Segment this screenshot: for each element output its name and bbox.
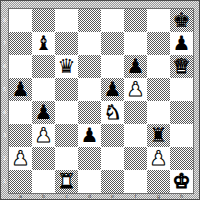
- square-e4[interactable]: ♞: [101, 101, 124, 124]
- square-c4[interactable]: [55, 101, 78, 124]
- square-g1[interactable]: [147, 170, 170, 193]
- square-g8[interactable]: [147, 9, 170, 32]
- square-g3[interactable]: ♜: [147, 124, 170, 147]
- square-c5[interactable]: [55, 78, 78, 101]
- rank-label-3: 3: [1, 124, 8, 147]
- square-h4[interactable]: [170, 101, 193, 124]
- square-a7[interactable]: [9, 32, 32, 55]
- file-label-h: h: [170, 193, 193, 200]
- square-e1[interactable]: [101, 170, 124, 193]
- white-queen-h6[interactable]: ♛: [173, 55, 191, 78]
- square-a4[interactable]: [9, 101, 32, 124]
- square-g6[interactable]: [147, 55, 170, 78]
- square-a8[interactable]: [9, 9, 32, 32]
- square-b3[interactable]: ♟: [32, 124, 55, 147]
- file-label-g: g: [147, 193, 170, 200]
- file-label-f: f: [124, 193, 147, 200]
- white-knight-e4[interactable]: ♞: [104, 101, 122, 124]
- square-c3[interactable]: [55, 124, 78, 147]
- square-f3[interactable]: [124, 124, 147, 147]
- square-f8[interactable]: [124, 9, 147, 32]
- rank-label-2: 2: [1, 147, 8, 170]
- square-b1[interactable]: [32, 170, 55, 193]
- square-d4[interactable]: [78, 101, 101, 124]
- square-b4[interactable]: ♟: [32, 101, 55, 124]
- square-h5[interactable]: [170, 78, 193, 101]
- square-h2[interactable]: [170, 147, 193, 170]
- square-b6[interactable]: [32, 55, 55, 78]
- black-pawn-d3[interactable]: ♟: [81, 124, 99, 147]
- square-c8[interactable]: [55, 9, 78, 32]
- chess-board: ♚♝♟♛♟♛♟♟♟♟♞♟♟♜♟♟♜♚: [8, 8, 194, 194]
- white-rook-c1[interactable]: ♜: [58, 170, 76, 193]
- rank-label-1: 1: [1, 170, 8, 193]
- square-c1[interactable]: ♜: [55, 170, 78, 193]
- rank-label-8: 8: [1, 9, 8, 32]
- board-frame: ♚♝♟♛♟♛♟♟♟♟♞♟♟♜♟♟♜♚ 87654321abcdefgh: [0, 0, 200, 200]
- rank-label-5: 5: [1, 78, 8, 101]
- square-a5[interactable]: ♟: [9, 78, 32, 101]
- white-pawn-g2[interactable]: ♟: [150, 147, 168, 170]
- square-d8[interactable]: [78, 9, 101, 32]
- square-f6[interactable]: ♟: [124, 55, 147, 78]
- square-e3[interactable]: [101, 124, 124, 147]
- square-d1[interactable]: [78, 170, 101, 193]
- square-g5[interactable]: [147, 78, 170, 101]
- square-g7[interactable]: [147, 32, 170, 55]
- white-pawn-a2[interactable]: ♟: [12, 147, 30, 170]
- file-label-a: a: [9, 193, 32, 200]
- square-c2[interactable]: [55, 147, 78, 170]
- square-h7[interactable]: ♟: [170, 32, 193, 55]
- square-h1[interactable]: ♚: [170, 170, 193, 193]
- square-d2[interactable]: [78, 147, 101, 170]
- black-bishop-b7[interactable]: ♝: [35, 32, 53, 55]
- square-a3[interactable]: [9, 124, 32, 147]
- black-pawn-h7[interactable]: ♟: [173, 32, 191, 55]
- square-a1[interactable]: [9, 170, 32, 193]
- square-c7[interactable]: [55, 32, 78, 55]
- square-a6[interactable]: [9, 55, 32, 78]
- file-label-c: c: [55, 193, 78, 200]
- square-e8[interactable]: [101, 9, 124, 32]
- square-c6[interactable]: ♛: [55, 55, 78, 78]
- square-e6[interactable]: [101, 55, 124, 78]
- square-f5[interactable]: ♟: [124, 78, 147, 101]
- black-queen-c6[interactable]: ♛: [58, 55, 76, 78]
- black-pawn-a5[interactable]: ♟: [12, 78, 30, 101]
- white-king-h1[interactable]: ♚: [173, 170, 191, 193]
- black-king-h8[interactable]: ♚: [173, 9, 191, 32]
- square-b5[interactable]: [32, 78, 55, 101]
- square-f2[interactable]: [124, 147, 147, 170]
- rank-label-6: 6: [1, 55, 8, 78]
- square-g4[interactable]: [147, 101, 170, 124]
- file-label-e: e: [101, 193, 124, 200]
- black-pawn-b4[interactable]: ♟: [35, 101, 53, 124]
- rank-label-4: 4: [1, 101, 8, 124]
- rank-label-7: 7: [1, 32, 8, 55]
- square-h8[interactable]: ♚: [170, 9, 193, 32]
- square-e5[interactable]: ♟: [101, 78, 124, 101]
- square-f4[interactable]: [124, 101, 147, 124]
- black-pawn-e5[interactable]: ♟: [104, 78, 122, 101]
- square-d6[interactable]: [78, 55, 101, 78]
- white-pawn-b3[interactable]: ♟: [35, 124, 53, 147]
- file-label-d: d: [78, 193, 101, 200]
- square-d7[interactable]: [78, 32, 101, 55]
- square-h3[interactable]: [170, 124, 193, 147]
- square-h6[interactable]: ♛: [170, 55, 193, 78]
- square-d3[interactable]: ♟: [78, 124, 101, 147]
- white-pawn-f5[interactable]: ♟: [127, 78, 145, 101]
- square-e7[interactable]: [101, 32, 124, 55]
- square-b7[interactable]: ♝: [32, 32, 55, 55]
- square-b8[interactable]: [32, 9, 55, 32]
- square-e2[interactable]: [101, 147, 124, 170]
- square-f7[interactable]: [124, 32, 147, 55]
- black-pawn-f6[interactable]: ♟: [127, 55, 145, 78]
- square-f1[interactable]: [124, 170, 147, 193]
- square-b2[interactable]: [32, 147, 55, 170]
- black-rook-g3[interactable]: ♜: [150, 124, 168, 147]
- square-g2[interactable]: ♟: [147, 147, 170, 170]
- square-d5[interactable]: [78, 78, 101, 101]
- file-label-b: b: [32, 193, 55, 200]
- square-a2[interactable]: ♟: [9, 147, 32, 170]
